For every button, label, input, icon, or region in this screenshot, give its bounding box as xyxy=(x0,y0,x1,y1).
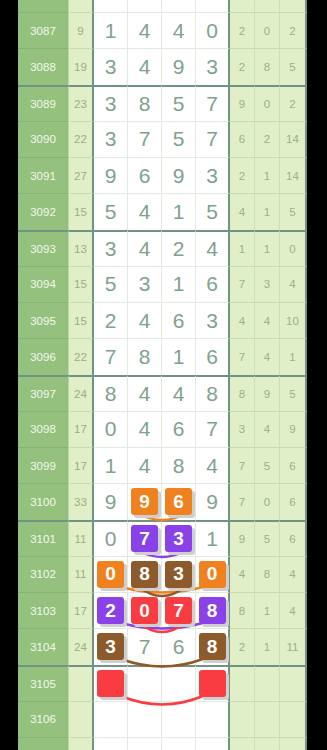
stat-cell: 4 xyxy=(230,193,255,229)
stat-cell: 5 xyxy=(280,375,307,411)
row-3089: 3089233857902 xyxy=(18,85,307,121)
stat-cell xyxy=(280,0,307,12)
brown-highlight-square: 3 xyxy=(165,561,192,588)
digit-cell: 4 xyxy=(162,375,196,411)
stat-cell: 4 xyxy=(230,556,255,592)
row-3102: 3102110830484 xyxy=(18,556,307,592)
digit-cell: 7 xyxy=(128,520,162,556)
row-3096: 3096227816741 xyxy=(18,338,307,374)
digit-cell: 7 xyxy=(162,592,196,628)
digit-cell xyxy=(128,701,162,737)
digit-cell: 4 xyxy=(128,375,162,411)
stat-cell: 11 xyxy=(280,628,307,664)
digit-cell: 4 xyxy=(128,447,162,483)
digit-cell: 8 xyxy=(128,338,162,374)
orange-highlight-square: 0 xyxy=(199,561,226,588)
stat-cell: 7 xyxy=(230,483,255,519)
digit-cell: 8 xyxy=(196,375,230,411)
stat-cell xyxy=(230,737,255,750)
stat-cell: 2 xyxy=(280,12,307,48)
sum-cell: 15 xyxy=(68,266,94,302)
stat-cell: 3 xyxy=(230,411,255,447)
draw-id-cell: 3101 xyxy=(18,520,68,556)
draw-id-cell: 3095 xyxy=(18,302,68,338)
stat-cell: 4 xyxy=(255,411,280,447)
digit-cell xyxy=(196,737,230,750)
stat-cell xyxy=(255,0,280,12)
stat-cell: 1 xyxy=(255,628,280,664)
draw-id-cell: 3105 xyxy=(18,665,68,701)
stat-cell: 8 xyxy=(230,375,255,411)
stat-cell xyxy=(280,737,307,750)
digit-cell: 3 xyxy=(94,48,128,84)
digit-cell: 8 xyxy=(94,375,128,411)
digit-cell: 0 xyxy=(94,520,128,556)
draw-id-cell: 3088 xyxy=(18,48,68,84)
digit-cell: 6 xyxy=(196,338,230,374)
stat-cell: 9 xyxy=(255,375,280,411)
digit-cell xyxy=(94,737,128,750)
sum-cell: 9 xyxy=(68,12,94,48)
digit-cell xyxy=(128,737,162,750)
digit-cell: 8 xyxy=(128,556,162,592)
stat-cell: 0 xyxy=(255,12,280,48)
row-3100: 3100339969706 xyxy=(18,483,307,519)
stat-cell: 6 xyxy=(280,483,307,519)
stat-cell: 6 xyxy=(230,121,255,157)
row-3095: 30951524634410 xyxy=(18,302,307,338)
digit-cell: 3 xyxy=(94,628,128,664)
digit-cell: 3 xyxy=(196,157,230,193)
draw-id-cell: 3092 xyxy=(18,193,68,229)
digit-cell: 4 xyxy=(196,230,230,266)
digit-cell xyxy=(162,665,196,701)
stat-cell: 5 xyxy=(280,193,307,229)
sum-cell: 24 xyxy=(68,375,94,411)
purple-highlight-square: 7 xyxy=(131,525,158,552)
digit-cell xyxy=(94,665,128,701)
draw-id-cell: 3094 xyxy=(18,266,68,302)
digit-cell xyxy=(162,701,196,737)
stat-cell: 7 xyxy=(230,266,255,302)
row-3088: 3088193493285 xyxy=(18,48,307,84)
stat-cell: 2 xyxy=(230,628,255,664)
sum-cell: 11 xyxy=(68,520,94,556)
digit-cell: 4 xyxy=(128,12,162,48)
sum-cell: 22 xyxy=(68,338,94,374)
sum-cell: 24 xyxy=(68,628,94,664)
red-highlight-square xyxy=(97,670,124,697)
purple-highlight-square: 8 xyxy=(199,597,226,624)
row-3104: 31042437682111 xyxy=(18,628,307,664)
stat-cell: 1 xyxy=(255,157,280,193)
digit-cell: 3 xyxy=(128,266,162,302)
stat-cell: 5 xyxy=(255,447,280,483)
digit-cell xyxy=(128,0,162,12)
digit-cell: 5 xyxy=(196,193,230,229)
draw-id-cell: 3090 xyxy=(18,121,68,157)
orange-highlight-square: 0 xyxy=(97,561,124,588)
digit-cell: 4 xyxy=(128,230,162,266)
stat-cell: 4 xyxy=(280,592,307,628)
row-3093: 3093133424110 xyxy=(18,230,307,266)
sum-cell: 13 xyxy=(68,230,94,266)
digit-cell: 6 xyxy=(196,266,230,302)
digit-cell: 0 xyxy=(196,12,230,48)
stat-cell: 6 xyxy=(280,447,307,483)
digit-cell: 9 xyxy=(94,483,128,519)
stat-cell: 1 xyxy=(255,193,280,229)
digit-cell: 9 xyxy=(128,483,162,519)
draw-id-cell: 3099 xyxy=(18,447,68,483)
digit-cell xyxy=(128,665,162,701)
draw-id-cell: 3097 xyxy=(18,375,68,411)
orange-highlight-square: 9 xyxy=(131,488,158,515)
red-highlight-square: 0 xyxy=(131,597,158,624)
stat-cell: 0 xyxy=(280,230,307,266)
stat-cell: 14 xyxy=(280,157,307,193)
digit-cell xyxy=(196,701,230,737)
stat-cell: 0 xyxy=(255,483,280,519)
sum-cell: 33 xyxy=(68,483,94,519)
draw-id-cell xyxy=(18,737,68,750)
digit-cell: 5 xyxy=(94,193,128,229)
stat-cell: 9 xyxy=(230,520,255,556)
digit-cell: 6 xyxy=(162,411,196,447)
digit-cell: 1 xyxy=(94,12,128,48)
digit-cell: 8 xyxy=(196,628,230,664)
digit-cell: 5 xyxy=(162,85,196,121)
stat-cell: 4 xyxy=(280,266,307,302)
digit-cell: 4 xyxy=(162,12,196,48)
draw-id-cell: 3091 xyxy=(18,157,68,193)
purple-highlight-square: 2 xyxy=(97,597,124,624)
digit-cell: 3 xyxy=(162,556,196,592)
sum-cell xyxy=(68,737,94,750)
draw-id-cell: 3089 xyxy=(18,85,68,121)
digit-cell: 8 xyxy=(196,592,230,628)
sum-cell xyxy=(68,0,94,12)
stat-cell: 2 xyxy=(230,48,255,84)
digit-cell: 1 xyxy=(162,193,196,229)
digit-cell: 6 xyxy=(128,157,162,193)
stat-cell xyxy=(255,665,280,701)
digit-cell: 3 xyxy=(94,230,128,266)
digit-cell: 8 xyxy=(162,447,196,483)
digit-cell: 1 xyxy=(94,447,128,483)
stat-cell: 8 xyxy=(255,48,280,84)
draw-id-cell: 3104 xyxy=(18,628,68,664)
draw-id-cell: 3106 xyxy=(18,701,68,737)
digit-cell: 4 xyxy=(128,48,162,84)
stat-cell: 8 xyxy=(230,592,255,628)
draw-id-cell: 3102 xyxy=(18,556,68,592)
sum-cell: 17 xyxy=(68,592,94,628)
stat-cell xyxy=(255,701,280,737)
stat-cell xyxy=(255,737,280,750)
digit-cell: 0 xyxy=(94,556,128,592)
digit-cell: 9 xyxy=(196,483,230,519)
draw-id-cell: 3093 xyxy=(18,230,68,266)
digit-cell: 1 xyxy=(162,266,196,302)
digit-cell: 7 xyxy=(196,411,230,447)
stat-cell xyxy=(230,701,255,737)
digit-cell xyxy=(162,0,196,12)
digit-cell: 1 xyxy=(196,520,230,556)
stat-cell: 7 xyxy=(230,338,255,374)
partial-row-bottom xyxy=(18,737,307,750)
row-3091: 30912796932114 xyxy=(18,157,307,193)
digit-cell: 9 xyxy=(162,157,196,193)
stat-cell: 4 xyxy=(255,338,280,374)
row-3105: 3105 xyxy=(18,665,307,701)
digit-cell xyxy=(162,737,196,750)
digit-cell: 0 xyxy=(94,411,128,447)
sum-cell xyxy=(68,665,94,701)
sum-cell: 27 xyxy=(68,157,94,193)
digit-cell: 3 xyxy=(196,48,230,84)
digit-cell: 3 xyxy=(94,121,128,157)
stat-cell: 1 xyxy=(230,230,255,266)
digit-cell: 8 xyxy=(128,85,162,121)
stat-cell: 1 xyxy=(255,230,280,266)
stat-cell xyxy=(280,701,307,737)
stat-cell: 2 xyxy=(280,85,307,121)
stat-cell xyxy=(230,665,255,701)
draw-id-cell: 3098 xyxy=(18,411,68,447)
sum-cell: 17 xyxy=(68,447,94,483)
stat-cell: 7 xyxy=(230,447,255,483)
digit-cell: 7 xyxy=(128,121,162,157)
stat-cell: 2 xyxy=(230,157,255,193)
digit-cell: 2 xyxy=(94,592,128,628)
purple-highlight-square: 3 xyxy=(165,525,192,552)
digit-cell: 4 xyxy=(128,411,162,447)
draw-id-cell xyxy=(18,0,68,12)
digit-cell: 6 xyxy=(162,302,196,338)
digit-cell: 5 xyxy=(162,121,196,157)
stat-cell: 14 xyxy=(280,121,307,157)
digit-cell: 3 xyxy=(196,302,230,338)
stat-cell xyxy=(230,0,255,12)
digit-cell: 4 xyxy=(196,447,230,483)
sum-cell xyxy=(68,701,94,737)
stat-cell: 2 xyxy=(230,12,255,48)
stat-cell: 2 xyxy=(255,121,280,157)
sum-cell: 22 xyxy=(68,121,94,157)
digit-cell: 5 xyxy=(94,266,128,302)
red-highlight-square: 7 xyxy=(165,597,192,624)
digit-cell: 9 xyxy=(162,48,196,84)
sum-cell: 15 xyxy=(68,302,94,338)
stat-cell: 5 xyxy=(255,520,280,556)
stat-cell: 4 xyxy=(255,302,280,338)
row-3103: 3103172078814 xyxy=(18,592,307,628)
orange-highlight-square: 6 xyxy=(165,488,192,515)
sum-cell: 19 xyxy=(68,48,94,84)
row-3106: 3106 xyxy=(18,701,307,737)
digit-cell xyxy=(196,665,230,701)
digit-cell: 6 xyxy=(162,483,196,519)
stat-cell: 0 xyxy=(255,85,280,121)
stat-cell: 10 xyxy=(280,302,307,338)
stat-cell: 4 xyxy=(280,556,307,592)
digit-cell xyxy=(196,0,230,12)
draw-id-cell: 3103 xyxy=(18,592,68,628)
digit-cell: 2 xyxy=(94,302,128,338)
row-3094: 3094155316734 xyxy=(18,266,307,302)
red-highlight-square xyxy=(199,670,226,697)
sum-cell: 11 xyxy=(68,556,94,592)
sum-cell: 23 xyxy=(68,85,94,121)
draw-id-cell: 3087 xyxy=(18,12,68,48)
draw-id-cell: 3096 xyxy=(18,338,68,374)
digit-cell xyxy=(94,0,128,12)
digit-cell: 9 xyxy=(94,157,128,193)
stat-cell: 1 xyxy=(280,338,307,374)
partial-row-top xyxy=(18,0,307,12)
stat-cell: 6 xyxy=(280,520,307,556)
digit-cell: 3 xyxy=(94,85,128,121)
stat-cell: 5 xyxy=(280,48,307,84)
row-3097: 3097248448895 xyxy=(18,375,307,411)
digit-cell: 7 xyxy=(196,121,230,157)
stat-cell: 9 xyxy=(230,85,255,121)
digit-cell: 4 xyxy=(128,193,162,229)
brown-highlight-square: 8 xyxy=(131,561,158,588)
row-3099: 3099171484756 xyxy=(18,447,307,483)
stat-cell: 1 xyxy=(255,592,280,628)
stat-cell: 4 xyxy=(230,302,255,338)
digit-cell: 1 xyxy=(162,338,196,374)
sum-cell: 15 xyxy=(68,193,94,229)
digit-cell: 2 xyxy=(162,230,196,266)
sum-cell: 17 xyxy=(68,411,94,447)
stat-cell: 3 xyxy=(255,266,280,302)
row-3098: 3098170467349 xyxy=(18,411,307,447)
trend-table[interactable]: 3087914402023088193493285308923385790230… xyxy=(18,0,307,750)
row-3090: 30902237576214 xyxy=(18,121,307,157)
stat-cell: 8 xyxy=(255,556,280,592)
row-3092: 3092155415415 xyxy=(18,193,307,229)
draw-id-cell: 3100 xyxy=(18,483,68,519)
row-3087: 308791440202 xyxy=(18,12,307,48)
brown-highlight-square: 8 xyxy=(199,633,226,660)
digit-cell: 7 xyxy=(196,85,230,121)
digit-cell: 4 xyxy=(128,302,162,338)
digit-cell xyxy=(94,701,128,737)
digit-cell: 0 xyxy=(128,592,162,628)
stat-cell: 9 xyxy=(280,411,307,447)
digit-cell: 3 xyxy=(162,520,196,556)
brown-highlight-square: 3 xyxy=(97,633,124,660)
row-3101: 3101110731956 xyxy=(18,520,307,556)
stat-cell xyxy=(280,665,307,701)
digit-cell: 0 xyxy=(196,556,230,592)
digit-cell: 7 xyxy=(128,628,162,664)
digit-cell: 6 xyxy=(162,628,196,664)
digit-cell: 7 xyxy=(94,338,128,374)
